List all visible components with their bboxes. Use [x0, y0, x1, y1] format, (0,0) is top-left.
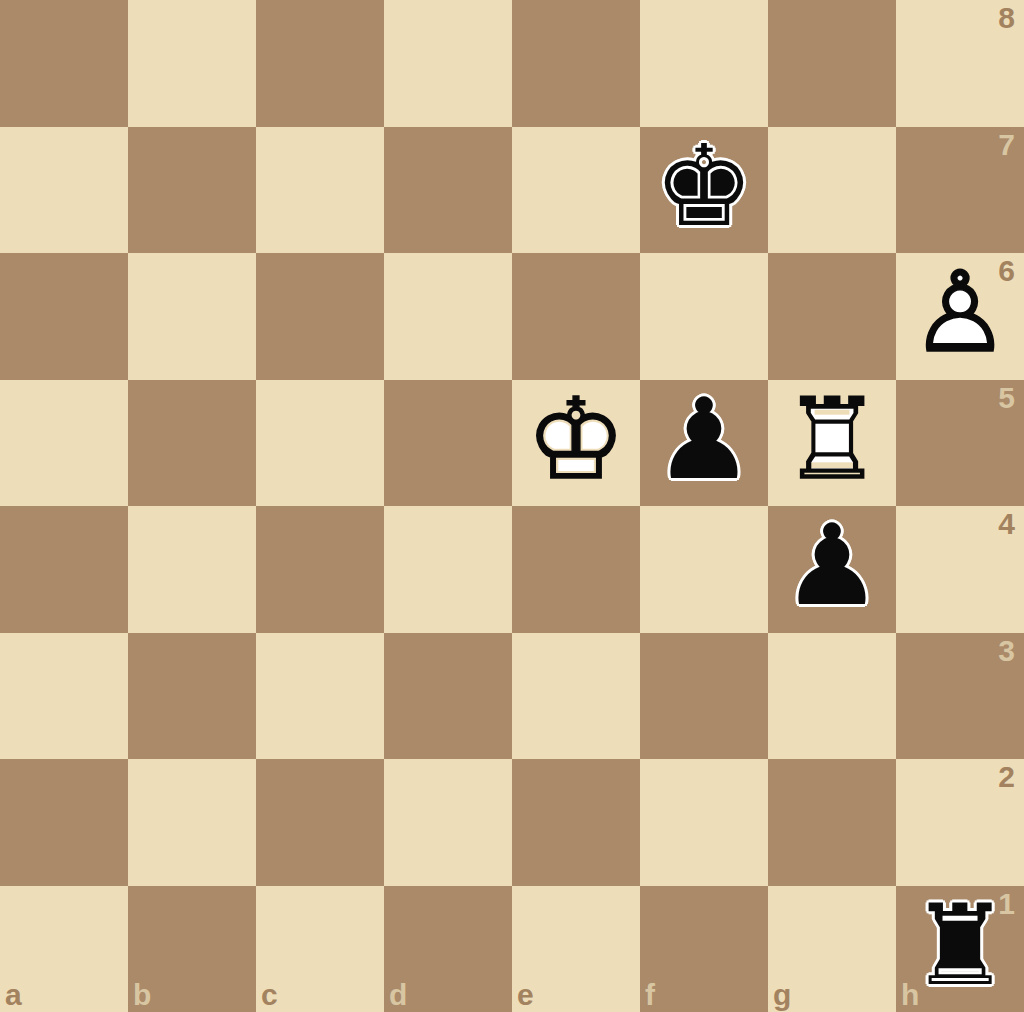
square-e6[interactable]	[512, 253, 640, 380]
black-pawn-glyph: ♟	[782, 509, 882, 621]
square-h6[interactable]: 6♟♙	[896, 253, 1024, 380]
square-a6[interactable]	[0, 253, 128, 380]
square-f8[interactable]	[640, 0, 768, 127]
rank-label-8: 8	[998, 3, 1015, 33]
square-e5[interactable]: ♚♔	[512, 380, 640, 507]
square-a8[interactable]	[0, 0, 128, 127]
white-rook[interactable]: ♜♖	[782, 383, 882, 495]
white-king[interactable]: ♚♔	[526, 383, 626, 495]
square-h2[interactable]: 2	[896, 759, 1024, 886]
black-king[interactable]: ♚	[654, 130, 754, 242]
square-d7[interactable]	[384, 127, 512, 254]
square-e7[interactable]	[512, 127, 640, 254]
square-g3[interactable]	[768, 633, 896, 760]
square-b5[interactable]	[128, 380, 256, 507]
rank-label-4: 4	[998, 509, 1015, 539]
white-king-outline-glyph: ♔	[526, 383, 626, 495]
square-h7[interactable]: 7	[896, 127, 1024, 254]
black-pawn[interactable]: ♟	[654, 383, 754, 495]
square-b8[interactable]	[128, 0, 256, 127]
square-a5[interactable]	[0, 380, 128, 507]
square-h5[interactable]: 5	[896, 380, 1024, 507]
white-pawn[interactable]: ♟♙	[910, 256, 1010, 368]
file-label-e: e	[517, 980, 534, 1010]
square-f1[interactable]: f	[640, 886, 768, 1012]
black-rook-glyph: ♜	[910, 889, 1010, 1001]
square-g6[interactable]	[768, 253, 896, 380]
square-g7[interactable]	[768, 127, 896, 254]
square-d2[interactable]	[384, 759, 512, 886]
square-c1[interactable]: c	[256, 886, 384, 1012]
rank-label-3: 3	[998, 636, 1015, 666]
square-f3[interactable]	[640, 633, 768, 760]
file-label-b: b	[133, 980, 151, 1010]
square-d5[interactable]	[384, 380, 512, 507]
square-c6[interactable]	[256, 253, 384, 380]
square-d4[interactable]	[384, 506, 512, 633]
square-a1[interactable]: a	[0, 886, 128, 1012]
square-h4[interactable]: 4	[896, 506, 1024, 633]
square-h3[interactable]: 3	[896, 633, 1024, 760]
chess-board: 8♚76♟♙♚♔♟♜♖5♟432abcdefg1h♜	[0, 0, 1024, 1012]
square-c3[interactable]	[256, 633, 384, 760]
square-b6[interactable]	[128, 253, 256, 380]
square-g2[interactable]	[768, 759, 896, 886]
square-c4[interactable]	[256, 506, 384, 633]
square-d6[interactable]	[384, 253, 512, 380]
square-e1[interactable]: e	[512, 886, 640, 1012]
square-b2[interactable]	[128, 759, 256, 886]
file-label-f: f	[645, 980, 655, 1010]
square-f5[interactable]: ♟	[640, 380, 768, 507]
square-f6[interactable]	[640, 253, 768, 380]
square-f7[interactable]: ♚	[640, 127, 768, 254]
black-rook[interactable]: ♜	[910, 889, 1010, 1001]
square-a4[interactable]	[0, 506, 128, 633]
black-king-glyph: ♚	[654, 130, 754, 242]
square-f4[interactable]	[640, 506, 768, 633]
square-g4[interactable]: ♟	[768, 506, 896, 633]
black-pawn[interactable]: ♟	[782, 509, 882, 621]
square-c5[interactable]	[256, 380, 384, 507]
black-pawn-glyph: ♟	[654, 383, 754, 495]
square-a7[interactable]	[0, 127, 128, 254]
file-label-g: g	[773, 980, 791, 1010]
square-b4[interactable]	[128, 506, 256, 633]
square-e4[interactable]	[512, 506, 640, 633]
rank-label-7: 7	[998, 130, 1015, 160]
square-b7[interactable]	[128, 127, 256, 254]
square-d3[interactable]	[384, 633, 512, 760]
square-a3[interactable]	[0, 633, 128, 760]
square-g8[interactable]	[768, 0, 896, 127]
white-rook-outline-glyph: ♖	[782, 383, 882, 495]
square-e8[interactable]	[512, 0, 640, 127]
square-e3[interactable]	[512, 633, 640, 760]
square-c2[interactable]	[256, 759, 384, 886]
square-g1[interactable]: g	[768, 886, 896, 1012]
square-a2[interactable]	[0, 759, 128, 886]
file-label-a: a	[5, 980, 22, 1010]
rank-label-5: 5	[998, 383, 1015, 413]
square-b3[interactable]	[128, 633, 256, 760]
rank-label-2: 2	[998, 762, 1015, 792]
square-d8[interactable]	[384, 0, 512, 127]
square-c7[interactable]	[256, 127, 384, 254]
file-label-c: c	[261, 980, 278, 1010]
square-d1[interactable]: d	[384, 886, 512, 1012]
square-c8[interactable]	[256, 0, 384, 127]
white-pawn-outline-glyph: ♙	[910, 256, 1010, 368]
square-g5[interactable]: ♜♖	[768, 380, 896, 507]
square-h1[interactable]: 1h♜	[896, 886, 1024, 1012]
square-h8[interactable]: 8	[896, 0, 1024, 127]
square-f2[interactable]	[640, 759, 768, 886]
square-e2[interactable]	[512, 759, 640, 886]
file-label-d: d	[389, 980, 407, 1010]
square-b1[interactable]: b	[128, 886, 256, 1012]
